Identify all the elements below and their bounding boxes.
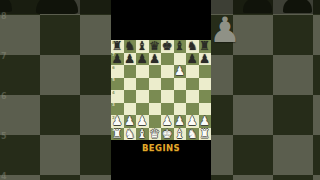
piece-white-king: ♚ — [162, 128, 173, 140]
square-c2: ♟ — [136, 115, 149, 128]
square-a8: 8♜ — [111, 40, 124, 53]
pawn-silhouette-icon — [0, 0, 12, 12]
bg-rank-label: 4 — [1, 173, 7, 180]
square-d8: ♛ — [149, 40, 162, 53]
square-a6: 6 — [111, 65, 124, 78]
piece-white-bishop: ♝ — [137, 128, 148, 140]
pawn-silhouette-icon — [243, 0, 272, 13]
rank-coordinate: 8 — [112, 41, 115, 45]
video-frame: 87654 ♟ 8♜♞♝♛♚♝♞♜7♟♟♟♟♟♟6♟5432♟♟♟♟♟♟♟1♜♞… — [0, 0, 320, 180]
square-e6 — [161, 65, 174, 78]
rank-coordinate: 2 — [112, 116, 115, 120]
square-a3: 3 — [111, 103, 124, 116]
square-e2: ♟ — [161, 115, 174, 128]
piece-white-pawn: ♟ — [174, 115, 185, 127]
square-c4 — [136, 90, 149, 103]
square-d6 — [149, 65, 162, 78]
square-b3 — [124, 103, 137, 116]
square-h2: ♟ — [199, 115, 212, 128]
rank-coordinate: 3 — [112, 103, 115, 107]
chess-board: 8♜♞♝♛♚♝♞♜7♟♟♟♟♟♟6♟5432♟♟♟♟♟♟♟1♜♞♝♛♚♝♞♜ — [111, 40, 211, 140]
rank-coordinate: 5 — [112, 78, 115, 82]
square-d3 — [149, 103, 162, 116]
rank-coordinate: 6 — [112, 66, 115, 70]
rank-coordinate: 4 — [112, 91, 115, 95]
piece-black-pawn: ♟ — [137, 53, 148, 65]
square-e1: ♚ — [161, 128, 174, 141]
square-a1: 1♜ — [111, 128, 124, 141]
square-g7: ♟ — [186, 53, 199, 66]
square-e3 — [161, 103, 174, 116]
square-f3 — [174, 103, 187, 116]
piece-black-pawn: ♟ — [199, 53, 210, 65]
square-d5 — [149, 78, 162, 91]
square-g5 — [186, 78, 199, 91]
piece-black-knight: ♞ — [124, 40, 135, 52]
square-a5: 5 — [111, 78, 124, 91]
square-a7: 7♟ — [111, 53, 124, 66]
square-c7: ♟ — [136, 53, 149, 66]
square-g2: ♟ — [186, 115, 199, 128]
square-f8: ♝ — [174, 40, 187, 53]
square-h5 — [199, 78, 212, 91]
piece-black-king: ♚ — [162, 40, 173, 52]
square-h4 — [199, 90, 212, 103]
pawn-silhouette-icon — [283, 0, 312, 13]
piece-black-pawn: ♟ — [124, 53, 135, 65]
square-h6 — [199, 65, 212, 78]
square-b4 — [124, 90, 137, 103]
rank-coordinate: 1 — [112, 128, 115, 132]
square-b6 — [124, 65, 137, 78]
piece-white-pawn: ♟ — [137, 115, 148, 127]
square-g4 — [186, 90, 199, 103]
piece-white-bishop: ♝ — [174, 128, 185, 140]
square-d7: ♟ — [149, 53, 162, 66]
piece-white-rook: ♜ — [199, 128, 210, 140]
piece-white-knight: ♞ — [124, 128, 135, 140]
square-g8: ♞ — [186, 40, 199, 53]
bg-rank-label: 5 — [1, 133, 7, 141]
piece-white-knight: ♞ — [187, 128, 198, 140]
square-c1: ♝ — [136, 128, 149, 141]
bg-rank-label: 8 — [1, 13, 7, 21]
square-c8: ♝ — [136, 40, 149, 53]
square-b8: ♞ — [124, 40, 137, 53]
square-e5 — [161, 78, 174, 91]
piece-black-knight: ♞ — [187, 40, 198, 52]
square-a4: 4 — [111, 90, 124, 103]
piece-white-pawn: ♟ — [174, 65, 185, 77]
bg-rank-label: 6 — [1, 93, 7, 101]
square-f2: ♟ — [174, 115, 187, 128]
square-f7 — [174, 53, 187, 66]
square-h3 — [199, 103, 212, 116]
square-h8: ♜ — [199, 40, 212, 53]
piece-black-pawn: ♟ — [149, 53, 160, 65]
piece-white-queen: ♛ — [149, 128, 160, 140]
square-h7: ♟ — [199, 53, 212, 66]
piece-black-queen: ♛ — [149, 40, 160, 52]
piece-black-rook: ♜ — [199, 40, 210, 52]
piece-black-bishop: ♝ — [174, 40, 185, 52]
piece-white-pawn: ♟ — [187, 115, 198, 127]
video-strip: 8♜♞♝♛♚♝♞♜7♟♟♟♟♟♟6♟5432♟♟♟♟♟♟♟1♜♞♝♛♚♝♞♜ B… — [111, 0, 211, 180]
background-blur-right: ♟ — [211, 0, 320, 180]
square-c6 — [136, 65, 149, 78]
square-g3 — [186, 103, 199, 116]
background-blur-left: 87654 — [0, 0, 112, 180]
square-h1: ♜ — [199, 128, 212, 141]
square-b5 — [124, 78, 137, 91]
square-e4 — [161, 90, 174, 103]
piece-white-pawn: ♟ — [124, 115, 135, 127]
square-f5 — [174, 78, 187, 91]
square-f1: ♝ — [174, 128, 187, 141]
square-g1: ♞ — [186, 128, 199, 141]
square-a2: 2♟ — [111, 115, 124, 128]
square-d2 — [149, 115, 162, 128]
square-f4 — [174, 90, 187, 103]
piece-black-pawn: ♟ — [187, 53, 198, 65]
square-b7: ♟ — [124, 53, 137, 66]
square-d4 — [149, 90, 162, 103]
piece-black-bishop: ♝ — [137, 40, 148, 52]
caption-begins: BEGINS — [111, 143, 211, 153]
square-f6: ♟ — [174, 65, 187, 78]
piece-white-pawn: ♟ — [199, 115, 210, 127]
pawn-silhouette-icon — [36, 0, 78, 14]
square-c3 — [136, 103, 149, 116]
square-g6 — [186, 65, 199, 78]
square-b2: ♟ — [124, 115, 137, 128]
rank-coordinate: 7 — [112, 53, 115, 57]
square-e8: ♚ — [161, 40, 174, 53]
square-d1: ♛ — [149, 128, 162, 141]
bg-rank-label: 7 — [1, 53, 7, 61]
square-c5 — [136, 78, 149, 91]
piece-white-pawn: ♟ — [162, 115, 173, 127]
square-b1: ♞ — [124, 128, 137, 141]
square-e7 — [161, 53, 174, 66]
